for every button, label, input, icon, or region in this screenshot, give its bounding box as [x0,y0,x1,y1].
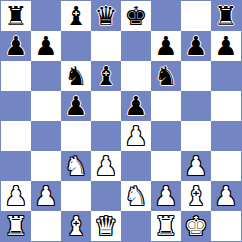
square-g2[interactable]: ♝ [181,181,211,211]
square-d1[interactable]: ♛ [91,211,121,241]
square-f8[interactable] [151,1,181,31]
square-e6[interactable] [121,61,151,91]
square-h1[interactable] [211,211,241,241]
square-d6[interactable]: ♝ [91,61,121,91]
square-b7[interactable]: ♟ [31,31,61,61]
square-a4[interactable] [1,121,31,151]
white-rook[interactable]: ♜ [154,211,177,241]
square-b4[interactable] [31,121,61,151]
square-f3[interactable] [151,151,181,181]
square-g4[interactable] [181,121,211,151]
white-king[interactable]: ♚ [184,211,207,241]
square-a1[interactable]: ♜ [1,211,31,241]
square-e1[interactable] [121,211,151,241]
black-knight[interactable]: ♞ [64,61,87,91]
square-g6[interactable] [181,61,211,91]
square-e8[interactable]: ♚ [121,1,151,31]
white-pawn[interactable]: ♟ [214,181,237,211]
white-pawn[interactable]: ♟ [94,151,117,181]
black-bishop[interactable]: ♝ [64,1,87,31]
square-e7[interactable] [121,31,151,61]
square-e3[interactable] [121,151,151,181]
square-h6[interactable] [211,61,241,91]
square-f2[interactable]: ♟ [151,181,181,211]
square-h8[interactable]: ♜ [211,1,241,31]
square-d3[interactable]: ♟ [91,151,121,181]
square-b6[interactable] [31,61,61,91]
black-pawn[interactable]: ♟ [64,91,87,121]
square-a3[interactable] [1,151,31,181]
square-b2[interactable]: ♟ [31,181,61,211]
square-g8[interactable] [181,1,211,31]
square-e2[interactable]: ♞ [121,181,151,211]
black-pawn[interactable]: ♟ [124,91,147,121]
square-e4[interactable]: ♟ [121,121,151,151]
black-bishop[interactable]: ♝ [94,61,117,91]
white-bishop[interactable]: ♝ [184,181,207,211]
square-d4[interactable] [91,121,121,151]
square-b3[interactable] [31,151,61,181]
square-a7[interactable]: ♟ [1,31,31,61]
white-pawn[interactable]: ♟ [154,181,177,211]
square-h2[interactable]: ♟ [211,181,241,211]
white-bishop[interactable]: ♝ [64,211,87,241]
black-pawn[interactable]: ♟ [4,31,27,61]
white-pawn[interactable]: ♟ [4,181,27,211]
square-c1[interactable]: ♝ [61,211,91,241]
chess-board: ♜♝♛♚♜♟♟♟♟♟♞♝♞♟♟♟♞♟♟♟♟♞♟♝♟♜♝♛♜♚ [0,0,242,242]
black-pawn[interactable]: ♟ [34,31,57,61]
square-c4[interactable] [61,121,91,151]
square-g3[interactable]: ♟ [181,151,211,181]
square-b8[interactable] [31,1,61,31]
square-b1[interactable] [31,211,61,241]
chess-board-wrap: ♜♝♛♚♜♟♟♟♟♟♞♝♞♟♟♟♞♟♟♟♟♞♟♝♟♜♝♛♜♚ [0,0,242,242]
square-a2[interactable]: ♟ [1,181,31,211]
square-f6[interactable]: ♞ [151,61,181,91]
black-queen[interactable]: ♛ [94,1,117,31]
square-c2[interactable] [61,181,91,211]
square-e5[interactable]: ♟ [121,91,151,121]
white-queen[interactable]: ♛ [94,211,117,241]
square-a5[interactable] [1,91,31,121]
square-c6[interactable]: ♞ [61,61,91,91]
white-knight[interactable]: ♞ [124,181,147,211]
black-pawn[interactable]: ♟ [154,31,177,61]
square-c7[interactable] [61,31,91,61]
square-f1[interactable]: ♜ [151,211,181,241]
square-a8[interactable]: ♜ [1,1,31,31]
black-king[interactable]: ♚ [124,1,147,31]
square-d8[interactable]: ♛ [91,1,121,31]
square-h4[interactable] [211,121,241,151]
black-rook[interactable]: ♜ [4,1,27,31]
square-d2[interactable] [91,181,121,211]
square-h3[interactable] [211,151,241,181]
square-f5[interactable] [151,91,181,121]
white-pawn[interactable]: ♟ [34,181,57,211]
black-pawn[interactable]: ♟ [214,31,237,61]
square-g1[interactable]: ♚ [181,211,211,241]
black-rook[interactable]: ♜ [214,1,237,31]
white-knight[interactable]: ♞ [64,151,87,181]
square-a6[interactable] [1,61,31,91]
square-d7[interactable] [91,31,121,61]
square-c8[interactable]: ♝ [61,1,91,31]
white-rook[interactable]: ♜ [4,211,27,241]
square-c5[interactable]: ♟ [61,91,91,121]
white-pawn[interactable]: ♟ [184,151,207,181]
square-h7[interactable]: ♟ [211,31,241,61]
square-f4[interactable] [151,121,181,151]
black-knight[interactable]: ♞ [154,61,177,91]
square-g5[interactable] [181,91,211,121]
square-g7[interactable]: ♟ [181,31,211,61]
white-pawn[interactable]: ♟ [124,121,147,151]
square-f7[interactable]: ♟ [151,31,181,61]
square-d5[interactable] [91,91,121,121]
square-b5[interactable] [31,91,61,121]
square-c3[interactable]: ♞ [61,151,91,181]
black-pawn[interactable]: ♟ [184,31,207,61]
square-h5[interactable] [211,91,241,121]
